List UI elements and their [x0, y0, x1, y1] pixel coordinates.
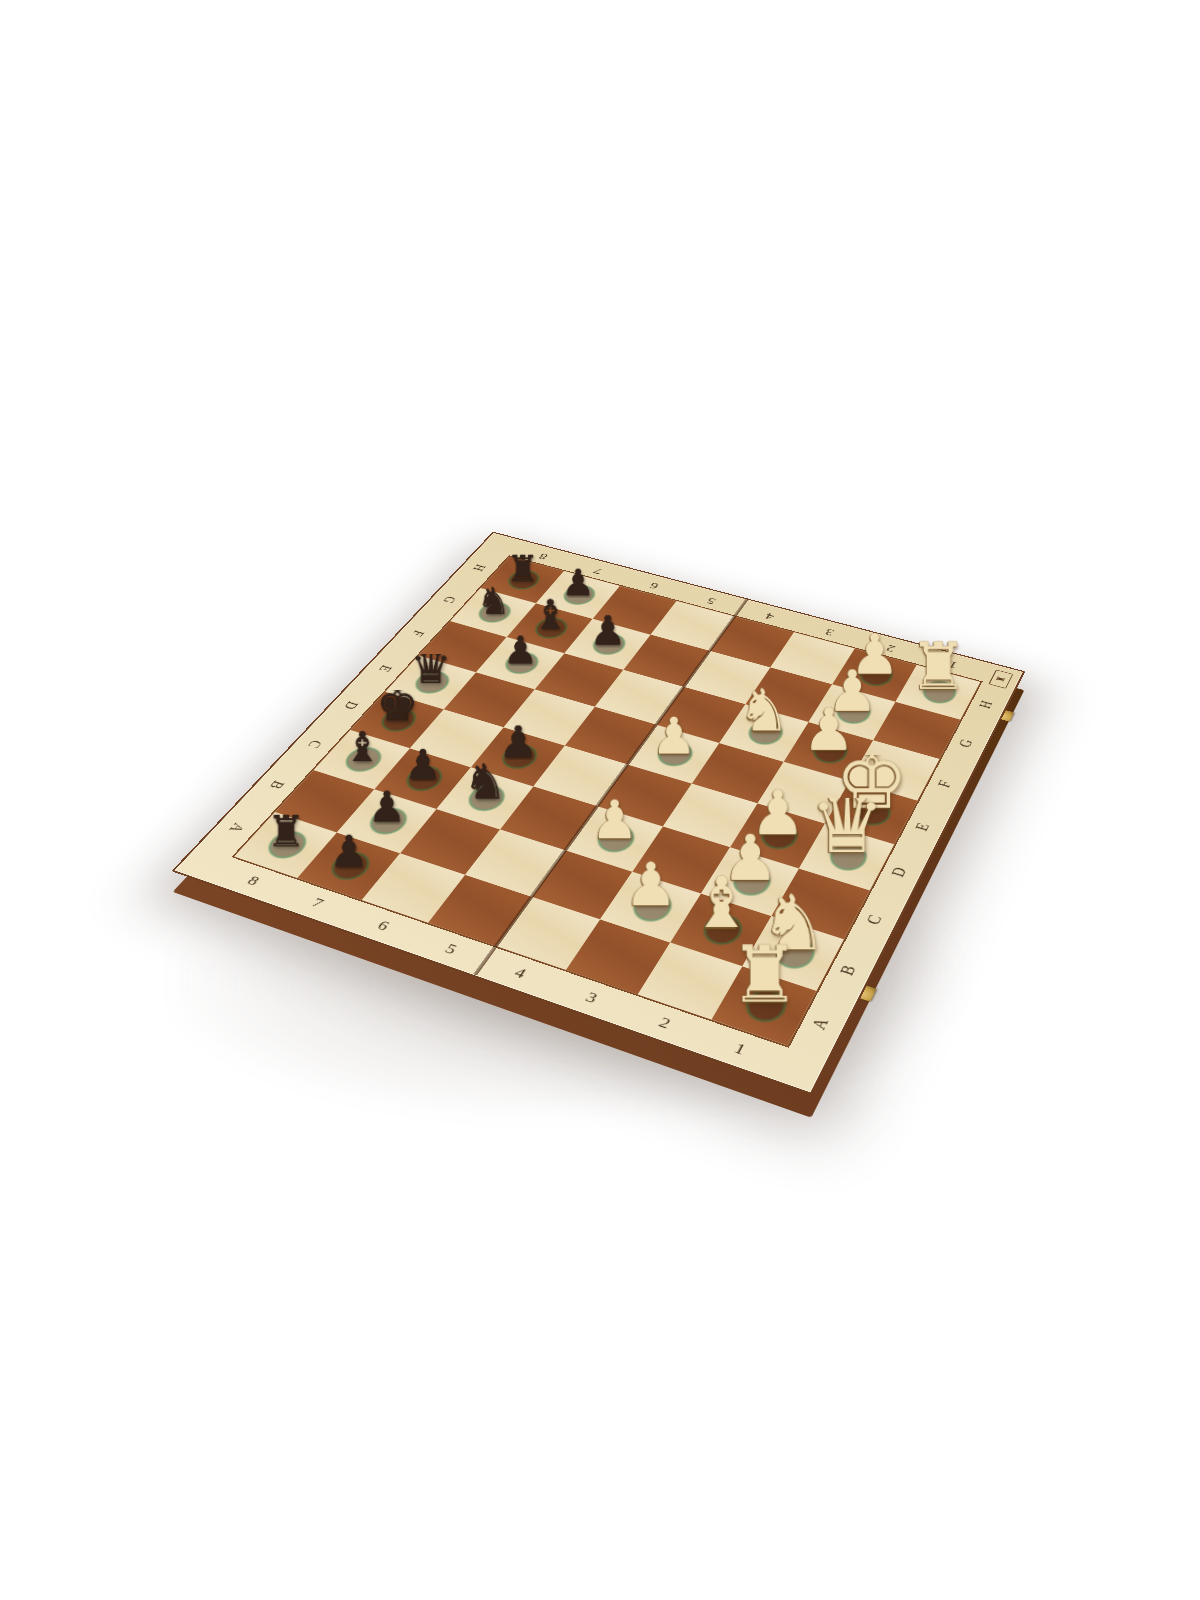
product-photo: ABCDEFGH ABCDEFGH 87654321 87654321 ♜♝♚♛… [0, 0, 1200, 1600]
square-e4: ♟ [628, 725, 720, 784]
brand-stamp-rook-icon: ♜ [994, 675, 1009, 683]
brass-clasp-right [997, 709, 1014, 722]
